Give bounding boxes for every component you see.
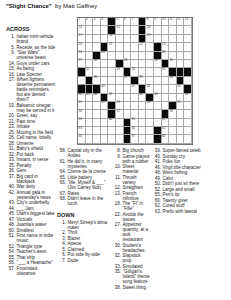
clue-text: Juanita's water bbox=[17, 222, 57, 227]
clue-text: Gem bbox=[17, 168, 57, 173]
white-square[interactable]: 21 bbox=[108, 43, 116, 51]
white-square[interactable] bbox=[177, 60, 185, 68]
white-square[interactable] bbox=[184, 26, 192, 34]
clue-text: War deity bbox=[17, 184, 57, 189]
down-clue-column-3: 39.Super-famed celeb40.Sunday cry41.Poke… bbox=[152, 148, 229, 214]
cell-number: 8 bbox=[147, 18, 149, 21]
clue-item: 48.Juanita's water bbox=[6, 222, 56, 227]
white-square[interactable]: 22 bbox=[139, 43, 147, 51]
cell-number: 15 bbox=[116, 26, 119, 29]
cell-number: 56 bbox=[79, 110, 82, 113]
clue-number: 12. bbox=[112, 185, 123, 190]
white-square[interactable]: 36 bbox=[93, 77, 101, 85]
white-square[interactable] bbox=[184, 43, 192, 51]
clue-item: 5.Claimed bbox=[57, 247, 108, 252]
clue-number: 5. bbox=[57, 247, 68, 252]
white-square[interactable] bbox=[146, 135, 154, 143]
white-square[interactable] bbox=[86, 110, 94, 118]
cell-number: 21 bbox=[109, 43, 112, 46]
white-square[interactable] bbox=[146, 52, 154, 60]
white-square[interactable] bbox=[101, 119, 109, 127]
clue-number: 63. bbox=[152, 209, 163, 214]
white-square[interactable]: 66 bbox=[78, 135, 86, 143]
white-square[interactable]: 38 bbox=[139, 77, 147, 85]
white-square[interactable] bbox=[139, 52, 147, 60]
clue-number: 6. bbox=[57, 252, 68, 257]
white-square[interactable]: 39 bbox=[169, 77, 177, 85]
black-square bbox=[154, 127, 162, 135]
white-square[interactable] bbox=[116, 77, 124, 85]
white-square[interactable] bbox=[78, 77, 86, 85]
white-square[interactable] bbox=[177, 43, 185, 51]
white-square[interactable]: 47 bbox=[108, 94, 116, 102]
clue-text: Victuals bbox=[17, 217, 57, 222]
down-header: DOWN bbox=[57, 212, 108, 218]
white-square[interactable] bbox=[116, 52, 124, 60]
clue-text: Utah's biggest lake bbox=[17, 211, 57, 216]
clue-text: Put back bbox=[17, 152, 57, 157]
white-square[interactable] bbox=[154, 68, 162, 76]
white-square[interactable]: 6 bbox=[124, 18, 132, 26]
white-square[interactable] bbox=[86, 43, 94, 51]
white-square[interactable]: 57 bbox=[116, 110, 124, 118]
cell-number: 60 bbox=[109, 118, 112, 121]
white-square[interactable]: 7 bbox=[131, 18, 139, 26]
clue-number: 5. bbox=[6, 45, 17, 50]
cell-number: 32 bbox=[86, 68, 89, 71]
down-clues-part1: 1.Meryl Streep's alma mater2.Thrill3.Bla… bbox=[57, 220, 108, 263]
white-square[interactable] bbox=[86, 127, 94, 135]
white-square[interactable] bbox=[169, 119, 177, 127]
clue-item: 67.Rates bbox=[57, 191, 108, 196]
white-square[interactable] bbox=[86, 26, 94, 34]
white-square[interactable] bbox=[101, 135, 109, 143]
white-square[interactable]: 15 bbox=[116, 26, 124, 34]
clue-item: 63.Prefix with lateral bbox=[152, 209, 229, 214]
cell-number: 19 bbox=[147, 34, 150, 37]
white-square[interactable] bbox=[146, 43, 154, 51]
cell-number: 6 bbox=[124, 18, 126, 21]
clue-item: 17.When fighters deserve permanent battl… bbox=[6, 77, 56, 102]
black-square bbox=[139, 26, 147, 34]
clue-item: 32.Slapstick prop bbox=[112, 253, 150, 263]
white-square[interactable]: 4 bbox=[101, 18, 109, 26]
clue-text: Student's headaches bbox=[123, 243, 151, 253]
cell-number: 31 bbox=[170, 59, 173, 62]
clue-item: 1.Meryl Streep's alma mater bbox=[57, 220, 108, 230]
black-square bbox=[139, 18, 147, 26]
clue-text: Rates bbox=[68, 191, 109, 196]
clue-number: 21. bbox=[6, 119, 17, 124]
white-square[interactable]: 52 bbox=[101, 102, 109, 110]
white-square[interactable] bbox=[86, 102, 94, 110]
white-square[interactable] bbox=[108, 68, 116, 76]
white-square[interactable] bbox=[93, 135, 101, 143]
clue-number: 40. bbox=[6, 184, 17, 189]
clue-item: 27.Appetizer quantity, at a wok restaura… bbox=[112, 222, 150, 242]
clue-text: Didn't just sit there bbox=[163, 181, 230, 186]
white-square[interactable] bbox=[162, 77, 170, 85]
cell-number: 17 bbox=[79, 34, 82, 37]
clue-text: Recede, as the tide bbox=[17, 45, 57, 50]
clue-number: 61. bbox=[57, 159, 68, 169]
white-square[interactable] bbox=[93, 26, 101, 34]
cell-number: 24 bbox=[79, 51, 82, 54]
white-square[interactable]: 2 bbox=[86, 18, 94, 26]
clue-number: 36. bbox=[6, 168, 17, 173]
clue-number: 35. bbox=[112, 269, 123, 284]
clue-number: 39. bbox=[152, 148, 163, 153]
cell-number: 4 bbox=[101, 18, 103, 21]
clue-item: 25.Mooing in the field bbox=[6, 130, 56, 135]
white-square[interactable] bbox=[184, 119, 192, 127]
clue-item: 35.Penalty bbox=[6, 163, 56, 168]
white-square[interactable]: 43 bbox=[177, 85, 185, 93]
white-square[interactable] bbox=[93, 119, 101, 127]
white-square[interactable]: 60 bbox=[108, 119, 116, 127]
cell-number: 23 bbox=[162, 43, 165, 46]
white-square[interactable] bbox=[124, 35, 132, 43]
clue-text: Penalty bbox=[17, 163, 57, 168]
white-square[interactable] bbox=[169, 43, 177, 51]
white-square[interactable] bbox=[184, 135, 192, 143]
clue-text: Sheet material bbox=[123, 164, 151, 174]
white-square[interactable] bbox=[154, 110, 162, 118]
white-square[interactable] bbox=[139, 119, 147, 127]
down-clues-part2: 8.Big church9.Game played with a rubber1… bbox=[112, 148, 150, 290]
white-square[interactable] bbox=[124, 102, 132, 110]
clue-item: 21.Past time bbox=[6, 119, 56, 124]
white-square[interactable] bbox=[184, 60, 192, 68]
clue-text: “Gilligan's Island” theme song feature bbox=[123, 269, 151, 284]
clue-item: 68.Didn't leave in the lurch bbox=[57, 196, 108, 206]
white-square[interactable]: 45 bbox=[86, 94, 94, 102]
clue-item: 51.First name in indie music bbox=[6, 233, 56, 243]
white-square[interactable] bbox=[139, 60, 147, 68]
white-square[interactable] bbox=[139, 127, 147, 135]
cell-number: 40 bbox=[101, 85, 104, 88]
white-square[interactable] bbox=[154, 77, 162, 85]
white-square[interactable] bbox=[116, 127, 124, 135]
white-square[interactable] bbox=[124, 26, 132, 34]
white-square[interactable] bbox=[169, 127, 177, 135]
white-square[interactable] bbox=[184, 102, 192, 110]
white-square[interactable] bbox=[146, 68, 154, 76]
clue-item: 9.Game played with a rubber bbox=[112, 154, 150, 164]
white-square[interactable] bbox=[177, 119, 185, 127]
white-square[interactable]: 12 bbox=[177, 18, 185, 26]
clue-number: 55. bbox=[152, 192, 163, 197]
clue-text: Smallest bbox=[17, 228, 57, 233]
clue-item: 39.Super-famed celeb bbox=[152, 148, 229, 153]
clue-number: 45. bbox=[6, 211, 17, 216]
clue-item: 44.___ Jam bbox=[6, 206, 56, 211]
cell-number: 39 bbox=[170, 76, 173, 79]
cell-number: 41 bbox=[132, 85, 135, 88]
white-square[interactable] bbox=[169, 94, 177, 102]
white-square[interactable] bbox=[131, 94, 139, 102]
white-square[interactable] bbox=[177, 135, 185, 143]
white-square[interactable]: 29 bbox=[124, 60, 132, 68]
white-square[interactable]: 35 bbox=[162, 68, 170, 76]
clue-number: 37. bbox=[6, 174, 17, 184]
clue-text: That ship bbox=[17, 255, 57, 260]
white-square[interactable] bbox=[116, 119, 124, 127]
white-square[interactable]: 13 bbox=[184, 18, 192, 26]
cell-number: 22 bbox=[139, 43, 142, 46]
white-square[interactable]: 27 bbox=[78, 60, 86, 68]
clue-text: Meryl Streep's alma mater bbox=[68, 220, 109, 230]
crossword-grid[interactable]: 1234567891011121314151617181920212223242… bbox=[77, 17, 193, 145]
white-square[interactable] bbox=[86, 35, 94, 43]
clue-item: 52.Triangle type bbox=[6, 244, 56, 249]
white-square[interactable] bbox=[101, 127, 109, 135]
clue-text: Past time bbox=[17, 119, 57, 124]
clue-text: Creme de la creme bbox=[68, 169, 109, 174]
white-square[interactable]: 25 bbox=[101, 52, 109, 60]
cell-number: 35 bbox=[162, 68, 165, 71]
white-square[interactable] bbox=[93, 110, 101, 118]
clue-text: Didn't leave in the lurch bbox=[68, 196, 109, 206]
black-square bbox=[124, 127, 132, 135]
black-square bbox=[124, 135, 132, 143]
white-square[interactable]: 67 bbox=[131, 135, 139, 143]
clue-number: 11. bbox=[112, 175, 123, 185]
white-square[interactable] bbox=[93, 127, 101, 135]
clue-number: 52. bbox=[152, 187, 163, 192]
clue-item: 55.That ship bbox=[6, 255, 56, 260]
white-square[interactable] bbox=[177, 110, 185, 118]
white-square[interactable] bbox=[93, 35, 101, 43]
white-square[interactable] bbox=[177, 52, 185, 60]
white-square[interactable] bbox=[184, 127, 192, 135]
clue-number: 54. bbox=[6, 249, 17, 254]
white-square[interactable] bbox=[86, 119, 94, 127]
white-square[interactable] bbox=[154, 119, 162, 127]
clue-item: 20.Greet, say bbox=[6, 113, 56, 118]
clue-number: 48. bbox=[6, 222, 17, 227]
white-square[interactable]: 33 bbox=[116, 68, 124, 76]
cell-number: 28 bbox=[94, 59, 97, 62]
white-square[interactable] bbox=[101, 68, 109, 76]
cell-number: 66 bbox=[79, 135, 82, 138]
white-square[interactable]: 30 bbox=[154, 60, 162, 68]
clue-item: 47.Victuals bbox=[6, 217, 56, 222]
white-square[interactable] bbox=[146, 127, 154, 135]
cell-number: 46 bbox=[94, 93, 97, 96]
white-square[interactable] bbox=[169, 135, 177, 143]
clue-text: The “Fi” in “Fille” bbox=[123, 201, 151, 211]
white-square[interactable]: 10 bbox=[162, 18, 170, 26]
white-square[interactable] bbox=[101, 35, 109, 43]
white-square[interactable]: 3 bbox=[93, 18, 101, 26]
white-square[interactable] bbox=[116, 35, 124, 43]
white-square[interactable] bbox=[108, 77, 116, 85]
white-square[interactable]: 50 bbox=[184, 94, 192, 102]
white-square[interactable] bbox=[124, 94, 132, 102]
white-square[interactable]: 28 bbox=[93, 60, 101, 68]
clue-text: Simulated bbox=[123, 264, 151, 269]
cell-number: 12 bbox=[177, 18, 180, 21]
white-square[interactable]: 40 bbox=[101, 85, 109, 93]
white-square[interactable] bbox=[162, 85, 170, 93]
white-square[interactable] bbox=[124, 43, 132, 51]
white-square[interactable] bbox=[146, 60, 154, 68]
cell-number: 54 bbox=[147, 101, 150, 104]
white-square[interactable]: 49 bbox=[154, 94, 162, 102]
white-square[interactable] bbox=[131, 102, 139, 110]
white-square[interactable]: 34 bbox=[131, 68, 139, 76]
white-square[interactable] bbox=[108, 60, 116, 68]
white-square[interactable] bbox=[162, 26, 170, 34]
white-square[interactable]: 9 bbox=[154, 18, 162, 26]
white-square[interactable]: 19 bbox=[146, 35, 154, 43]
white-square[interactable]: 55 bbox=[177, 102, 185, 110]
clue-text: Little battery bbox=[68, 175, 109, 180]
clue-item: 41.Poke fun bbox=[152, 159, 229, 164]
clue-item: 9.“Star Wars” universe beast bbox=[6, 50, 56, 60]
clue-text: Claimed bbox=[68, 247, 109, 252]
white-square[interactable] bbox=[146, 119, 154, 127]
white-square[interactable]: 26 bbox=[162, 52, 170, 60]
white-square[interactable] bbox=[177, 127, 185, 135]
white-square[interactable] bbox=[124, 110, 132, 118]
white-square[interactable]: 37 bbox=[124, 77, 132, 85]
clue-number: 9. bbox=[112, 154, 123, 164]
clue-number: 13. bbox=[112, 191, 123, 201]
white-square[interactable] bbox=[139, 135, 147, 143]
white-square[interactable] bbox=[131, 52, 139, 60]
clue-item: 61.He did it, in many mysteries bbox=[57, 159, 108, 169]
clue-number: 1. bbox=[57, 220, 68, 230]
white-square[interactable] bbox=[177, 35, 185, 43]
clue-item: 19.Balsamic vinegar may be served in it bbox=[6, 103, 56, 113]
white-square[interactable] bbox=[154, 35, 162, 43]
white-square[interactable] bbox=[184, 110, 192, 118]
clue-item: 48.Went fishing bbox=[152, 170, 229, 175]
clue-item: 14.Guys under cars bbox=[6, 61, 56, 66]
white-square[interactable] bbox=[169, 35, 177, 43]
cell-number: 58 bbox=[170, 110, 173, 113]
white-square[interactable]: 41 bbox=[131, 85, 139, 93]
black-square bbox=[108, 102, 116, 110]
white-square[interactable] bbox=[86, 52, 94, 60]
white-square[interactable] bbox=[139, 110, 147, 118]
white-square[interactable] bbox=[108, 135, 116, 143]
white-square[interactable]: 58 bbox=[169, 110, 177, 118]
white-square[interactable] bbox=[101, 26, 109, 34]
clue-item: 30.Student's headaches bbox=[112, 243, 150, 253]
clue-item: 18.The “Fi” in “Fille” bbox=[112, 201, 150, 211]
clue-item: 13.French infinitive bbox=[112, 191, 150, 201]
white-square[interactable]: 31 bbox=[169, 60, 177, 68]
clue-number: 49. bbox=[152, 176, 163, 181]
cell-number: 52 bbox=[101, 101, 104, 104]
cell-number: 18 bbox=[109, 34, 112, 37]
clue-number: 56. bbox=[6, 260, 17, 265]
white-square[interactable] bbox=[184, 35, 192, 43]
white-square[interactable] bbox=[116, 135, 124, 143]
white-square[interactable]: 54 bbox=[146, 102, 154, 110]
white-square[interactable] bbox=[108, 127, 116, 135]
white-square[interactable]: 46 bbox=[93, 94, 101, 102]
clue-item: 46.Virgil title character bbox=[152, 165, 229, 170]
white-square[interactable]: 68 bbox=[162, 135, 170, 143]
clue-number: 41. bbox=[152, 159, 163, 164]
white-square[interactable] bbox=[93, 102, 101, 110]
white-square[interactable] bbox=[162, 102, 170, 110]
white-square[interactable] bbox=[154, 102, 162, 110]
clue-text: Large and small bbox=[163, 187, 230, 192]
cell-number: 65 bbox=[162, 127, 165, 130]
cell-number: 2 bbox=[86, 18, 88, 21]
cell-number: 47 bbox=[109, 93, 112, 96]
white-square[interactable] bbox=[131, 26, 139, 34]
clue-text: “Star Wars” universe beast bbox=[17, 50, 57, 60]
clue-item: 56.“___ a Heartache” bbox=[6, 260, 56, 265]
black-square bbox=[108, 18, 116, 26]
clue-number: 3. bbox=[57, 236, 68, 241]
clue-number: 31. bbox=[6, 146, 17, 151]
clue-item: 11.Thrush variety bbox=[112, 175, 150, 185]
white-square[interactable]: 42 bbox=[146, 85, 154, 93]
cell-number: 67 bbox=[132, 135, 135, 138]
clue-item: 23.Initiate bbox=[6, 124, 56, 129]
white-square[interactable] bbox=[131, 35, 139, 43]
white-square[interactable] bbox=[154, 26, 162, 34]
white-square[interactable]: 11 bbox=[169, 18, 177, 26]
clue-item: 35.“Gilligan's Island” theme song featur… bbox=[112, 269, 150, 284]
white-square[interactable] bbox=[124, 85, 132, 93]
clue-number: 55. bbox=[6, 255, 17, 260]
black-square bbox=[124, 119, 132, 127]
white-square[interactable] bbox=[116, 85, 124, 93]
white-square[interactable] bbox=[162, 94, 170, 102]
white-square[interactable] bbox=[93, 43, 101, 51]
clue-number: 67. bbox=[57, 191, 68, 196]
clue-text: Went fishing bbox=[163, 170, 230, 175]
white-square[interactable] bbox=[108, 52, 116, 60]
white-square[interactable] bbox=[139, 102, 147, 110]
white-square[interactable] bbox=[116, 43, 124, 51]
cell-number: 16 bbox=[147, 26, 150, 29]
white-square[interactable] bbox=[169, 85, 177, 93]
cell-number: 7 bbox=[132, 18, 134, 21]
cell-number: 3 bbox=[94, 18, 96, 21]
cell-number: 45 bbox=[86, 93, 89, 96]
white-square[interactable] bbox=[101, 110, 109, 118]
clue-number: 14. bbox=[6, 61, 17, 66]
white-square[interactable] bbox=[177, 26, 185, 34]
clue-number: 43. bbox=[6, 200, 17, 205]
white-square[interactable]: 32 bbox=[86, 68, 94, 76]
white-square[interactable] bbox=[101, 60, 109, 68]
white-square[interactable] bbox=[131, 43, 139, 51]
clue-item: 2.Thrill bbox=[57, 230, 108, 235]
white-square[interactable] bbox=[184, 52, 192, 60]
white-square[interactable] bbox=[184, 77, 192, 85]
clue-item: 37.Big card in blackjack bbox=[6, 174, 56, 184]
across-clues-part1: 1.Italian mini-vehicle brand5.Recede, as… bbox=[6, 34, 56, 276]
white-square[interactable]: 48 bbox=[139, 94, 147, 102]
white-square[interactable] bbox=[146, 110, 154, 118]
clue-text: City's underbelly bbox=[17, 200, 57, 205]
white-square[interactable] bbox=[169, 26, 177, 34]
clue-text: Straighten bbox=[123, 185, 151, 190]
white-square[interactable] bbox=[86, 135, 94, 143]
cell-number: 68 bbox=[162, 135, 165, 138]
clue-item: 8.Big church bbox=[112, 148, 150, 153]
